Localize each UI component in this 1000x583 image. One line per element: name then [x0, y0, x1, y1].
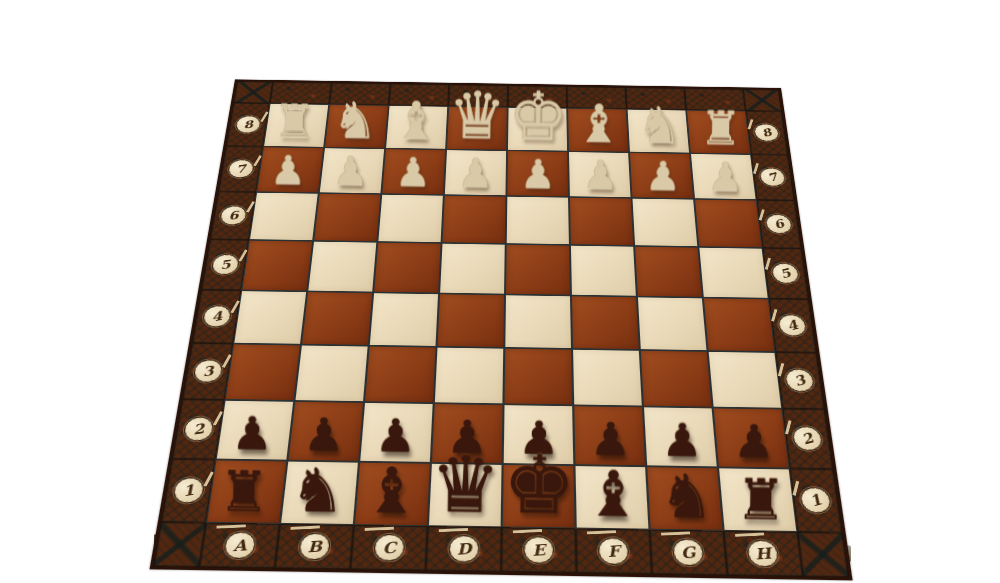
square-h7[interactable]: ♟ — [690, 153, 757, 200]
rank-label-cell-right: 6 — [757, 200, 802, 249]
square-a3[interactable] — [225, 344, 301, 401]
file-label-h: H — [745, 539, 781, 568]
rank-label-left-6: 6 — [219, 204, 247, 227]
board-grid: 8♜♞♝♛♚♝♞♜87♟♟♟♟♟♟♟♟7665544332♟♟♟♟♟♟♟♟21♜… — [150, 79, 853, 580]
file-label-cell: A — [199, 523, 280, 569]
black-pawn-h2-piece[interactable]: ♟ — [704, 419, 805, 466]
square-h8[interactable]: ♜ — [686, 110, 751, 154]
rank-label-cell-left: 6 — [210, 191, 256, 239]
frame-corner-ornament — [153, 522, 205, 567]
rank-label-left-5: 5 — [211, 252, 240, 276]
square-h4[interactable] — [703, 298, 776, 353]
square-h6[interactable] — [694, 199, 762, 248]
square-g3[interactable] — [640, 350, 713, 408]
rank-label-cell-right: 3 — [775, 352, 824, 409]
square-a6[interactable] — [249, 192, 319, 241]
square-h1[interactable]: ♜ — [718, 467, 798, 532]
rank-label-cell-right: 4 — [769, 299, 817, 353]
square-a5[interactable] — [241, 240, 313, 291]
file-label-cell: F — [576, 529, 652, 575]
square-b4[interactable] — [301, 291, 373, 345]
square-c6[interactable] — [377, 194, 444, 243]
file-label-d: D — [448, 534, 480, 563]
photo-stage: 8♜♞♝♛♚♝♞♜87♟♟♟♟♟♟♟♟7665544332♟♟♟♟♟♟♟♟21♜… — [0, 0, 1000, 583]
square-c3[interactable] — [364, 346, 436, 403]
chess-board: 8♜♞♝♛♚♝♞♜87♟♟♟♟♟♟♟♟7665544332♟♟♟♟♟♟♟♟21♜… — [193, 0, 810, 583]
white-rook-h8-piece[interactable]: ♜ — [678, 105, 764, 152]
black-rook-h1-piece[interactable]: ♜ — [709, 472, 813, 530]
file-label-cell: H — [724, 531, 803, 577]
square-b6[interactable] — [313, 193, 381, 242]
square-e3[interactable] — [503, 348, 573, 406]
square-e6[interactable] — [506, 196, 570, 245]
square-d5[interactable] — [439, 243, 506, 295]
white-pawn-h7-piece[interactable]: ♟ — [682, 157, 770, 198]
square-d6[interactable] — [442, 195, 507, 244]
square-c5[interactable] — [373, 242, 441, 294]
file-label-cell: E — [501, 527, 576, 573]
square-f3[interactable] — [572, 349, 643, 407]
file-label-b: B — [299, 532, 330, 561]
rank-label-cell-left: 3 — [182, 343, 233, 400]
square-f4[interactable] — [571, 296, 640, 350]
board-3d-tilt: 8♜♞♝♛♚♝♞♜87♟♟♟♟♟♟♟♟7665544332♟♟♟♟♟♟♟♟21♜… — [151, 79, 845, 574]
rank-label-left-3: 3 — [193, 358, 223, 385]
square-h5[interactable] — [698, 247, 768, 299]
file-label-f: F — [597, 537, 631, 566]
square-g4[interactable] — [637, 297, 708, 351]
rank-label-right-5: 5 — [768, 260, 803, 286]
file-label-c: C — [374, 533, 405, 562]
file-label-a: A — [224, 531, 256, 560]
square-e5[interactable] — [505, 244, 571, 296]
file-label-g: G — [671, 538, 706, 567]
square-d3[interactable] — [434, 347, 505, 404]
rank-label-cell-right: 5 — [763, 248, 809, 299]
rank-label-cell-left: 5 — [201, 239, 249, 290]
square-f6[interactable] — [569, 197, 634, 246]
file-label-cell: G — [650, 530, 728, 576]
square-g5[interactable] — [634, 246, 703, 298]
file-label-e: E — [522, 535, 555, 564]
square-e4[interactable] — [504, 294, 572, 348]
square-d4[interactable] — [436, 293, 505, 347]
rank-label-right-3: 3 — [781, 366, 818, 395]
file-label-cell: D — [426, 526, 502, 572]
square-b5[interactable] — [307, 241, 377, 293]
square-h3[interactable] — [708, 351, 783, 409]
square-g6[interactable] — [632, 198, 699, 247]
frame-corner-ornament — [798, 532, 849, 577]
square-b3[interactable] — [294, 345, 368, 402]
rank-label-right-6: 6 — [762, 212, 796, 237]
file-label-cell: B — [275, 524, 354, 570]
file-label-cell: C — [350, 525, 428, 571]
square-f5[interactable] — [570, 245, 637, 297]
square-h2[interactable]: ♟ — [713, 408, 790, 469]
square-a4[interactable] — [233, 290, 307, 344]
rank-label-right-4: 4 — [774, 312, 810, 339]
square-c4[interactable] — [369, 292, 439, 346]
rank-label-left-4: 4 — [202, 304, 232, 329]
